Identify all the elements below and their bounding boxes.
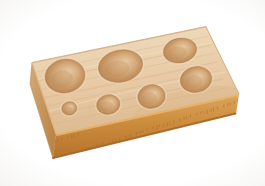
photo-of-wooden-pit-block xyxy=(0,0,265,186)
dapping-block-board xyxy=(0,0,265,186)
